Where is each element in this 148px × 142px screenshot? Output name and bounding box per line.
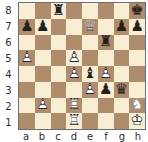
white-pawn[interactable]: ♟♙	[35, 98, 51, 114]
black-pawn[interactable]: ♟	[114, 19, 130, 35]
chess-board: ♜♚♟♟♛♕♟♟♜♟♙♟♙♟♙♝♟♙♟♙♟♛♟♙♜♖♞♘♜♖♚♔	[18, 2, 146, 130]
square-d4[interactable]: ♟♙	[66, 66, 82, 82]
rank-label-1: 1	[0, 114, 17, 130]
file-label-h: h	[130, 130, 146, 142]
white-rook[interactable]: ♜♖	[66, 113, 82, 129]
square-d1[interactable]: ♜♖	[66, 113, 82, 129]
white-rook-glyph: ♖	[66, 113, 82, 129]
black-rook-glyph: ♜	[98, 35, 114, 51]
square-d7[interactable]	[66, 19, 82, 35]
square-b1[interactable]	[35, 113, 51, 129]
square-h7[interactable]: ♟	[129, 19, 145, 35]
square-c8[interactable]: ♜	[51, 3, 67, 19]
file-labels: abcdefgh	[18, 130, 146, 142]
file-label-a: a	[18, 130, 34, 142]
square-c1[interactable]	[51, 113, 67, 129]
square-g7[interactable]: ♟	[114, 19, 130, 35]
square-a3[interactable]	[19, 82, 35, 98]
square-g3[interactable]: ♛	[114, 82, 130, 98]
square-c5[interactable]	[51, 50, 67, 66]
black-queen[interactable]: ♛	[114, 82, 130, 98]
file-label-b: b	[34, 130, 50, 142]
square-a4[interactable]	[19, 66, 35, 82]
white-pawn[interactable]: ♟♙	[82, 82, 98, 98]
square-b2[interactable]: ♟♙	[35, 98, 51, 114]
square-c4[interactable]	[51, 66, 67, 82]
black-pawn-glyph: ♟	[98, 82, 114, 98]
square-c6[interactable]	[51, 35, 67, 51]
black-pawn-glyph: ♟	[114, 19, 130, 35]
rank-labels: 87654321	[0, 2, 17, 130]
black-pawn[interactable]: ♟	[98, 82, 114, 98]
rank-label-3: 3	[0, 82, 17, 98]
square-c3[interactable]	[51, 82, 67, 98]
black-pawn[interactable]: ♟	[19, 19, 35, 35]
white-pawn[interactable]: ♟♙	[19, 50, 35, 66]
square-h1[interactable]: ♚♔	[129, 113, 145, 129]
square-g6[interactable]	[114, 35, 130, 51]
square-f8[interactable]	[98, 3, 114, 19]
white-pawn[interactable]: ♟♙	[66, 66, 82, 82]
square-f2[interactable]	[98, 98, 114, 114]
white-queen-glyph: ♕	[82, 19, 98, 35]
square-b5[interactable]	[35, 50, 51, 66]
white-king-glyph: ♔	[129, 113, 145, 129]
square-h6[interactable]	[129, 35, 145, 51]
file-label-g: g	[114, 130, 130, 142]
white-pawn-glyph: ♙	[66, 66, 82, 82]
file-label-d: d	[66, 130, 82, 142]
square-b7[interactable]: ♟	[35, 19, 51, 35]
square-g5[interactable]	[114, 50, 130, 66]
square-d8[interactable]	[66, 3, 82, 19]
black-pawn-glyph: ♟	[35, 19, 51, 35]
square-f1[interactable]	[98, 113, 114, 129]
square-e1[interactable]	[82, 113, 98, 129]
square-e3[interactable]: ♟♙	[82, 82, 98, 98]
square-a2[interactable]	[19, 98, 35, 114]
white-pawn-glyph: ♙	[82, 82, 98, 98]
square-g1[interactable]	[114, 113, 130, 129]
square-c2[interactable]	[51, 98, 67, 114]
square-b4[interactable]	[35, 66, 51, 82]
square-c7[interactable]	[51, 19, 67, 35]
file-label-c: c	[50, 130, 66, 142]
square-e7[interactable]: ♛♕	[82, 19, 98, 35]
square-h5[interactable]	[129, 50, 145, 66]
chess-board-diagram: 87654321 ♜♚♟♟♛♕♟♟♜♟♙♟♙♟♙♝♟♙♟♙♟♛♟♙♜♖♞♘♜♖♚…	[0, 0, 148, 142]
square-e6[interactable]	[82, 35, 98, 51]
black-rook-glyph: ♜	[51, 3, 67, 19]
square-f6[interactable]: ♜	[98, 35, 114, 51]
rank-label-2: 2	[0, 98, 17, 114]
square-a7[interactable]: ♟	[19, 19, 35, 35]
black-pawn[interactable]: ♟	[35, 19, 51, 35]
rank-label-4: 4	[0, 66, 17, 82]
black-queen-glyph: ♛	[114, 82, 130, 98]
white-pawn-glyph: ♙	[35, 98, 51, 114]
square-h4[interactable]	[129, 66, 145, 82]
square-e2[interactable]	[82, 98, 98, 114]
black-rook[interactable]: ♜	[98, 35, 114, 51]
white-pawn-glyph: ♙	[19, 50, 35, 66]
square-a1[interactable]	[19, 113, 35, 129]
square-f3[interactable]: ♟	[98, 82, 114, 98]
square-b6[interactable]	[35, 35, 51, 51]
white-king[interactable]: ♚♔	[129, 113, 145, 129]
rank-label-5: 5	[0, 50, 17, 66]
white-queen[interactable]: ♛♕	[82, 19, 98, 35]
file-label-e: e	[82, 130, 98, 142]
black-rook[interactable]: ♜	[51, 3, 67, 19]
rank-label-8: 8	[0, 2, 17, 18]
rank-label-7: 7	[0, 18, 17, 34]
rank-label-6: 6	[0, 34, 17, 50]
black-pawn-glyph: ♟	[129, 19, 145, 35]
file-label-f: f	[98, 130, 114, 142]
black-pawn-glyph: ♟	[19, 19, 35, 35]
black-pawn[interactable]: ♟	[129, 19, 145, 35]
square-g2[interactable]	[114, 98, 130, 114]
square-a5[interactable]: ♟♙	[19, 50, 35, 66]
